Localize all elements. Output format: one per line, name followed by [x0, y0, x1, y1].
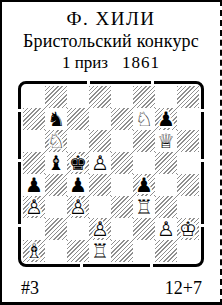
black-knight-b7: ♞	[47, 109, 65, 129]
square-d7	[89, 108, 111, 130]
black-king-c5: ♚	[69, 153, 87, 173]
border-tick	[201, 224, 204, 227]
square-c3: ♙	[67, 196, 89, 218]
white-knight-f7: ♘	[135, 109, 153, 129]
chess-board: ♞♘♟♘♕♝♚♙♟♟♟♙♙♖♙♙♔♗♖	[18, 81, 204, 267]
black-pawn-f4: ♟	[135, 175, 153, 195]
square-d6	[89, 130, 111, 152]
square-g4	[155, 174, 177, 196]
white-knight-b6: ♘	[47, 131, 65, 151]
square-a4: ♟	[23, 174, 45, 196]
square-d2: ♙	[89, 218, 111, 240]
square-f3: ♖	[133, 196, 155, 218]
square-c2	[67, 218, 89, 240]
stipulation-label: #3	[21, 278, 39, 298]
square-g3	[155, 196, 177, 218]
border-tick	[80, 264, 83, 267]
square-e5	[111, 152, 133, 174]
square-g7: ♟	[155, 108, 177, 130]
square-f8	[133, 86, 155, 108]
square-d1: ♖	[89, 240, 111, 262]
header: Ф. ХИЛИ Бристольский конкурс 1 приз1861	[2, 2, 220, 74]
white-king-h2: ♔	[179, 219, 197, 239]
square-h2: ♔	[177, 218, 199, 240]
border-tick	[150, 264, 153, 267]
black-pawn-a4: ♟	[25, 175, 43, 195]
square-c1	[67, 240, 89, 262]
square-f4: ♟	[133, 174, 155, 196]
square-a2	[23, 218, 45, 240]
white-queen-g6: ♕	[157, 131, 175, 151]
square-e8	[111, 86, 133, 108]
square-f5	[133, 152, 155, 174]
black-pawn-g7: ♟	[157, 109, 175, 129]
square-e7	[111, 108, 133, 130]
square-f2	[133, 218, 155, 240]
white-pawn-g2: ♙	[157, 219, 175, 239]
caption-row: #3 12+7	[2, 278, 220, 298]
white-bishop-a1: ♗	[25, 241, 43, 261]
square-c5: ♚	[67, 152, 89, 174]
square-b4	[45, 174, 67, 196]
black-bishop-b5: ♝	[47, 153, 65, 173]
white-pawn-d5: ♙	[91, 153, 109, 173]
square-c4: ♟	[67, 174, 89, 196]
problem-card: Ф. ХИЛИ Бристольский конкурс 1 приз1861 …	[0, 0, 222, 305]
black-pawn-c4: ♟	[69, 175, 87, 195]
square-a8	[23, 86, 45, 108]
square-h5	[177, 152, 199, 174]
square-g2: ♙	[155, 218, 177, 240]
border-tick	[201, 159, 204, 162]
border-tick	[18, 159, 21, 162]
square-b8	[45, 86, 67, 108]
square-e4	[111, 174, 133, 196]
border-tick	[87, 81, 90, 84]
square-f7: ♘	[133, 108, 155, 130]
square-g8	[155, 86, 177, 108]
white-pawn-d2: ♙	[91, 219, 109, 239]
square-g6: ♕	[155, 130, 177, 152]
square-g5	[155, 152, 177, 174]
square-a7	[23, 108, 45, 130]
square-a3: ♙	[23, 196, 45, 218]
square-a1: ♗	[23, 240, 45, 262]
white-pawn-c3: ♙	[69, 197, 87, 217]
square-c6	[67, 130, 89, 152]
board-area: ♞♘♟♘♕♝♚♙♟♟♟♙♙♖♙♙♔♗♖	[2, 81, 220, 267]
square-h4	[177, 174, 199, 196]
square-h1	[177, 240, 199, 262]
white-pawn-a3: ♙	[25, 197, 43, 217]
square-b2	[45, 218, 67, 240]
square-a6	[23, 130, 45, 152]
prize-year-line: 1 приз1861	[2, 52, 220, 74]
square-a5	[23, 152, 45, 174]
square-h3	[177, 196, 199, 218]
square-d8	[89, 86, 111, 108]
material-count-label: 12+7	[165, 278, 202, 298]
white-rook-d1: ♖	[91, 241, 109, 261]
square-c7	[67, 108, 89, 130]
square-b7: ♞	[45, 108, 67, 130]
square-h6	[177, 130, 199, 152]
square-b1	[45, 240, 67, 262]
square-f1	[133, 240, 155, 262]
border-tick	[201, 109, 204, 112]
square-e3	[111, 196, 133, 218]
square-e1	[111, 240, 133, 262]
border-tick	[151, 81, 154, 84]
square-d5: ♙	[89, 152, 111, 174]
tourney-name: Бристольский конкурс	[2, 30, 220, 52]
square-d3	[89, 196, 111, 218]
square-h7	[177, 108, 199, 130]
square-b3	[45, 196, 67, 218]
square-e6	[111, 130, 133, 152]
square-d4	[89, 174, 111, 196]
border-tick	[18, 224, 21, 227]
square-g1	[155, 240, 177, 262]
border-tick	[18, 109, 21, 112]
square-e2	[111, 218, 133, 240]
square-b6: ♘	[45, 130, 67, 152]
square-h8	[177, 86, 199, 108]
year-label: 1861	[122, 53, 160, 72]
white-rook-f3: ♖	[135, 197, 153, 217]
prize-label: 1 приз	[62, 53, 108, 72]
author-name: Ф. ХИЛИ	[2, 8, 220, 30]
square-b5: ♝	[45, 152, 67, 174]
square-f6	[133, 130, 155, 152]
square-c8	[67, 86, 89, 108]
